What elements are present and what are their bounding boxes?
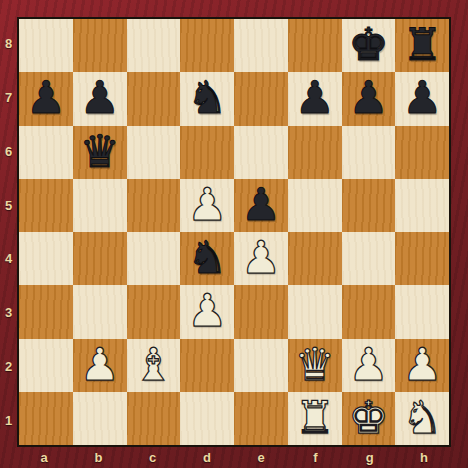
square-d2[interactable] <box>180 339 234 392</box>
piece-white-pawn[interactable]: ♟ <box>241 235 281 280</box>
square-a3[interactable] <box>19 285 73 338</box>
square-b2[interactable]: ♟ <box>73 339 127 392</box>
square-h2[interactable]: ♟ <box>395 339 449 392</box>
rank-label-2: 2 <box>0 340 17 394</box>
square-d3[interactable]: ♟ <box>180 285 234 338</box>
square-d6[interactable] <box>180 126 234 179</box>
square-g5[interactable] <box>342 179 396 232</box>
square-e3[interactable] <box>234 285 288 338</box>
square-g8[interactable]: ♚ <box>342 19 396 72</box>
piece-black-queen[interactable]: ♛ <box>79 129 119 174</box>
rank-label-4: 4 <box>0 232 17 286</box>
square-h1[interactable]: ♞ <box>395 392 449 445</box>
square-a6[interactable] <box>19 126 73 179</box>
piece-black-knight[interactable]: ♞ <box>187 235 227 280</box>
square-a1[interactable] <box>19 392 73 445</box>
square-a7[interactable]: ♟ <box>19 72 73 125</box>
square-d5[interactable]: ♟ <box>180 179 234 232</box>
file-label-h: h <box>397 447 451 467</box>
rank-label-7: 7 <box>0 71 17 125</box>
piece-black-knight[interactable]: ♞ <box>187 75 227 120</box>
square-a8[interactable] <box>19 19 73 72</box>
square-c1[interactable] <box>127 392 181 445</box>
square-h8[interactable]: ♜ <box>395 19 449 72</box>
square-d8[interactable] <box>180 19 234 72</box>
rank-label-8: 8 <box>0 17 17 71</box>
square-b5[interactable] <box>73 179 127 232</box>
square-f3[interactable] <box>288 285 342 338</box>
square-h6[interactable] <box>395 126 449 179</box>
piece-black-pawn[interactable]: ♟ <box>348 75 388 120</box>
square-h3[interactable] <box>395 285 449 338</box>
square-g3[interactable] <box>342 285 396 338</box>
square-a2[interactable] <box>19 339 73 392</box>
square-b7[interactable]: ♟ <box>73 72 127 125</box>
square-f5[interactable] <box>288 179 342 232</box>
square-f1[interactable]: ♜ <box>288 392 342 445</box>
square-f7[interactable]: ♟ <box>288 72 342 125</box>
rank-label-3: 3 <box>0 286 17 340</box>
rank-label-6: 6 <box>0 125 17 179</box>
square-g6[interactable] <box>342 126 396 179</box>
file-label-b: b <box>71 447 125 467</box>
square-h5[interactable] <box>395 179 449 232</box>
square-c3[interactable] <box>127 285 181 338</box>
chess-board[interactable]: ♚♜♟♟♞♟♟♟♛♟♟♞♟♟♟♝♛♟♟♜♚♞ <box>17 17 451 447</box>
chessboard-frame: 87654321 abcdefgh ♚♜♟♟♞♟♟♟♛♟♟♞♟♟♟♝♛♟♟♜♚♞ <box>0 0 468 468</box>
square-d7[interactable]: ♞ <box>180 72 234 125</box>
square-e4[interactable]: ♟ <box>234 232 288 285</box>
square-g7[interactable]: ♟ <box>342 72 396 125</box>
piece-white-knight[interactable]: ♞ <box>402 395 442 440</box>
square-c2[interactable]: ♝ <box>127 339 181 392</box>
square-b8[interactable] <box>73 19 127 72</box>
file-label-d: d <box>180 447 234 467</box>
square-h7[interactable]: ♟ <box>395 72 449 125</box>
piece-black-king[interactable]: ♚ <box>348 22 388 67</box>
rank-labels: 87654321 <box>0 17 17 447</box>
square-f4[interactable] <box>288 232 342 285</box>
piece-white-pawn[interactable]: ♟ <box>348 342 388 387</box>
piece-black-pawn[interactable]: ♟ <box>241 182 281 227</box>
file-label-c: c <box>126 447 180 467</box>
square-b6[interactable]: ♛ <box>73 126 127 179</box>
square-g2[interactable]: ♟ <box>342 339 396 392</box>
square-e1[interactable] <box>234 392 288 445</box>
file-label-a: a <box>17 447 71 467</box>
piece-black-pawn[interactable]: ♟ <box>402 75 442 120</box>
square-e7[interactable] <box>234 72 288 125</box>
file-label-f: f <box>288 447 342 467</box>
piece-white-king[interactable]: ♚ <box>348 395 388 440</box>
square-f2[interactable]: ♛ <box>288 339 342 392</box>
rank-label-1: 1 <box>0 393 17 447</box>
piece-white-rook[interactable]: ♜ <box>294 395 334 440</box>
piece-white-pawn[interactable]: ♟ <box>402 342 442 387</box>
file-labels: abcdefgh <box>17 447 451 467</box>
piece-white-pawn[interactable]: ♟ <box>187 288 227 333</box>
piece-white-bishop[interactable]: ♝ <box>133 342 173 387</box>
square-e6[interactable] <box>234 126 288 179</box>
file-label-e: e <box>234 447 288 467</box>
square-e5[interactable]: ♟ <box>234 179 288 232</box>
square-h4[interactable] <box>395 232 449 285</box>
piece-white-pawn[interactable]: ♟ <box>187 182 227 227</box>
square-c6[interactable] <box>127 126 181 179</box>
square-f8[interactable] <box>288 19 342 72</box>
piece-black-rook[interactable]: ♜ <box>402 22 442 67</box>
square-g1[interactable]: ♚ <box>342 392 396 445</box>
piece-black-pawn[interactable]: ♟ <box>26 75 66 120</box>
square-d4[interactable]: ♞ <box>180 232 234 285</box>
piece-white-pawn[interactable]: ♟ <box>79 342 119 387</box>
square-e2[interactable] <box>234 339 288 392</box>
square-c4[interactable] <box>127 232 181 285</box>
square-a4[interactable] <box>19 232 73 285</box>
square-b1[interactable] <box>73 392 127 445</box>
square-c8[interactable] <box>127 19 181 72</box>
square-e8[interactable] <box>234 19 288 72</box>
square-d1[interactable] <box>180 392 234 445</box>
square-g4[interactable] <box>342 232 396 285</box>
square-c7[interactable] <box>127 72 181 125</box>
square-b4[interactable] <box>73 232 127 285</box>
piece-black-pawn[interactable]: ♟ <box>79 75 119 120</box>
piece-white-queen[interactable]: ♛ <box>294 342 334 387</box>
rank-label-5: 5 <box>0 178 17 232</box>
square-f6[interactable] <box>288 126 342 179</box>
square-c5[interactable] <box>127 179 181 232</box>
file-label-g: g <box>343 447 397 467</box>
piece-black-pawn[interactable]: ♟ <box>294 75 334 120</box>
square-a5[interactable] <box>19 179 73 232</box>
square-b3[interactable] <box>73 285 127 338</box>
